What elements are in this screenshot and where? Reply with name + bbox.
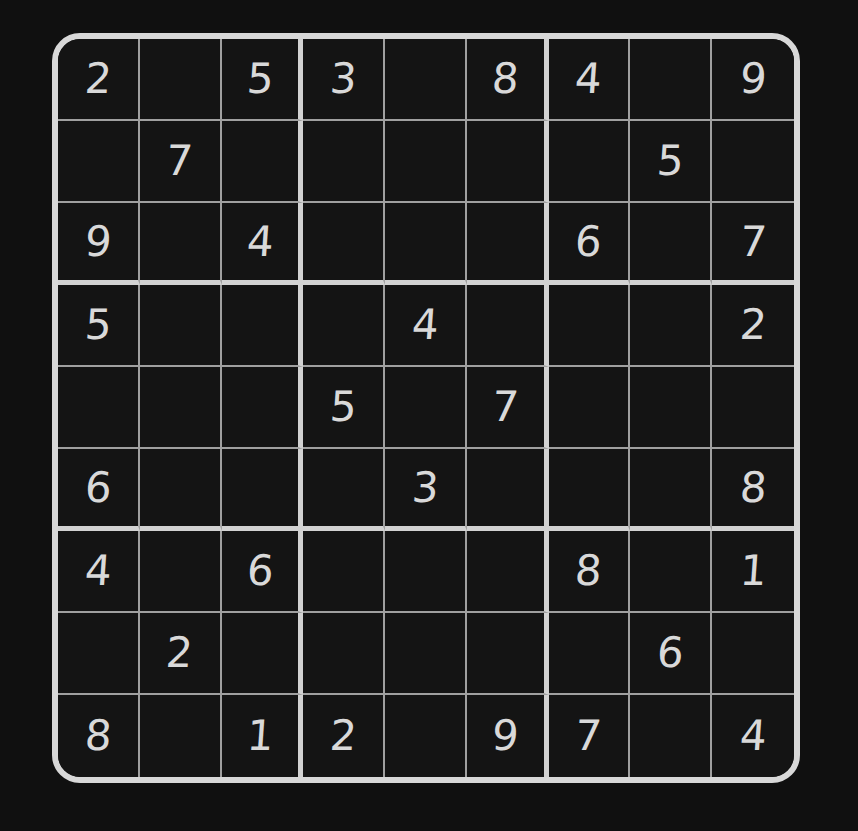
cell-r1c1[interactable]: 2: [58, 39, 140, 121]
cell-r9c2[interactable]: [140, 695, 222, 777]
given-digit: 2: [83, 58, 113, 100]
cell-r9c7[interactable]: 7: [549, 695, 631, 777]
cell-r8c8[interactable]: 6: [630, 613, 712, 695]
cell-r2c7[interactable]: [549, 121, 631, 203]
given-digit: 4: [245, 221, 275, 263]
cell-r3c1[interactable]: 9: [58, 203, 140, 285]
given-digit: 6: [655, 632, 685, 674]
cell-r9c1[interactable]: 8: [58, 695, 140, 777]
cell-r3c6[interactable]: [467, 203, 549, 285]
cell-r6c7[interactable]: [549, 449, 631, 531]
cell-r2c4[interactable]: [303, 121, 385, 203]
cell-r6c1[interactable]: 6: [58, 449, 140, 531]
cell-r5c6[interactable]: 7: [467, 367, 549, 449]
cell-r2c5[interactable]: [385, 121, 467, 203]
given-digit: 5: [83, 304, 113, 346]
cell-r7c7[interactable]: 8: [549, 531, 631, 613]
cell-r1c4[interactable]: 3: [303, 39, 385, 121]
cell-r5c9[interactable]: [712, 367, 794, 449]
cell-r1c7[interactable]: 4: [549, 39, 631, 121]
cell-r2c8[interactable]: 5: [630, 121, 712, 203]
cell-r6c5[interactable]: 3: [385, 449, 467, 531]
given-digit: 2: [165, 632, 195, 674]
cell-r6c8[interactable]: [630, 449, 712, 531]
cell-r1c5[interactable]: [385, 39, 467, 121]
cell-r7c2[interactable]: [140, 531, 222, 613]
cell-r4c9[interactable]: 2: [712, 285, 794, 367]
given-digit: 5: [328, 386, 358, 428]
cell-r8c6[interactable]: [467, 613, 549, 695]
cell-r3c7[interactable]: 6: [549, 203, 631, 285]
given-digit: 2: [738, 304, 768, 346]
given-digit: 1: [245, 715, 275, 757]
cell-r1c8[interactable]: [630, 39, 712, 121]
cell-r4c5[interactable]: 4: [385, 285, 467, 367]
given-digit: 4: [574, 58, 604, 100]
given-digit: 8: [83, 715, 113, 757]
cell-r8c4[interactable]: [303, 613, 385, 695]
cell-r6c4[interactable]: [303, 449, 385, 531]
given-digit: 9: [490, 715, 520, 757]
cell-r3c5[interactable]: [385, 203, 467, 285]
cell-r3c4[interactable]: [303, 203, 385, 285]
cell-r7c6[interactable]: [467, 531, 549, 613]
cell-r1c6[interactable]: 8: [467, 39, 549, 121]
given-digit: 5: [655, 140, 685, 182]
given-digit: 6: [83, 467, 113, 509]
given-digit: 8: [490, 58, 520, 100]
cell-r2c3[interactable]: [222, 121, 304, 203]
cell-r6c3[interactable]: [222, 449, 304, 531]
cell-r9c6[interactable]: 9: [467, 695, 549, 777]
cell-r5c8[interactable]: [630, 367, 712, 449]
sudoku-board: 25384975946754257638468126812974: [52, 33, 800, 783]
cell-r8c9[interactable]: [712, 613, 794, 695]
given-digit: 2: [328, 715, 358, 757]
cell-r9c9[interactable]: 4: [712, 695, 794, 777]
cell-r2c9[interactable]: [712, 121, 794, 203]
cell-r6c6[interactable]: [467, 449, 549, 531]
given-digit: 5: [245, 58, 275, 100]
given-digit: 4: [738, 715, 768, 757]
cell-r5c1[interactable]: [58, 367, 140, 449]
cell-r4c8[interactable]: [630, 285, 712, 367]
given-digit: 7: [738, 221, 768, 263]
cell-r1c3[interactable]: 5: [222, 39, 304, 121]
cell-r4c4[interactable]: [303, 285, 385, 367]
cell-r7c4[interactable]: [303, 531, 385, 613]
cell-r4c1[interactable]: 5: [58, 285, 140, 367]
given-digit: 9: [83, 221, 113, 263]
cell-r4c7[interactable]: [549, 285, 631, 367]
cell-r8c7[interactable]: [549, 613, 631, 695]
cell-r8c1[interactable]: [58, 613, 140, 695]
cell-r5c3[interactable]: [222, 367, 304, 449]
cell-r6c2[interactable]: [140, 449, 222, 531]
cell-r9c3[interactable]: 1: [222, 695, 304, 777]
cell-r8c2[interactable]: 2: [140, 613, 222, 695]
cell-r5c4[interactable]: 5: [303, 367, 385, 449]
cell-r5c7[interactable]: [549, 367, 631, 449]
cell-r7c8[interactable]: [630, 531, 712, 613]
cell-r5c5[interactable]: [385, 367, 467, 449]
given-digit: 3: [328, 58, 358, 100]
cell-r4c6[interactable]: [467, 285, 549, 367]
cell-r7c5[interactable]: [385, 531, 467, 613]
cell-r2c6[interactable]: [467, 121, 549, 203]
cell-r8c5[interactable]: [385, 613, 467, 695]
cell-r2c1[interactable]: [58, 121, 140, 203]
cell-r9c4[interactable]: 2: [303, 695, 385, 777]
given-digit: 9: [738, 58, 768, 100]
cell-r3c3[interactable]: 4: [222, 203, 304, 285]
given-digit: 3: [410, 467, 440, 509]
cell-r1c9[interactable]: 9: [712, 39, 794, 121]
cell-r7c1[interactable]: 4: [58, 531, 140, 613]
given-digit: 6: [574, 221, 604, 263]
cell-r2c2[interactable]: 7: [140, 121, 222, 203]
cell-r4c3[interactable]: [222, 285, 304, 367]
cell-r1c2[interactable]: [140, 39, 222, 121]
cell-r9c8[interactable]: [630, 695, 712, 777]
given-digit: 4: [83, 550, 113, 592]
given-digit: 7: [574, 715, 604, 757]
given-digit: 6: [245, 550, 275, 592]
cell-r4c2[interactable]: [140, 285, 222, 367]
cell-r3c9[interactable]: 7: [712, 203, 794, 285]
cell-r3c2[interactable]: [140, 203, 222, 285]
given-digit: 1: [738, 550, 768, 592]
cell-r6c9[interactable]: 8: [712, 449, 794, 531]
cell-r3c8[interactable]: [630, 203, 712, 285]
cell-r8c3[interactable]: [222, 613, 304, 695]
cell-r7c9[interactable]: 1: [712, 531, 794, 613]
given-digit: 8: [574, 550, 604, 592]
cell-r5c2[interactable]: [140, 367, 222, 449]
given-digit: 8: [738, 467, 768, 509]
given-digit: 4: [410, 304, 440, 346]
cell-r9c5[interactable]: [385, 695, 467, 777]
given-digit: 7: [490, 386, 520, 428]
given-digit: 7: [165, 140, 195, 182]
cell-r7c3[interactable]: 6: [222, 531, 304, 613]
